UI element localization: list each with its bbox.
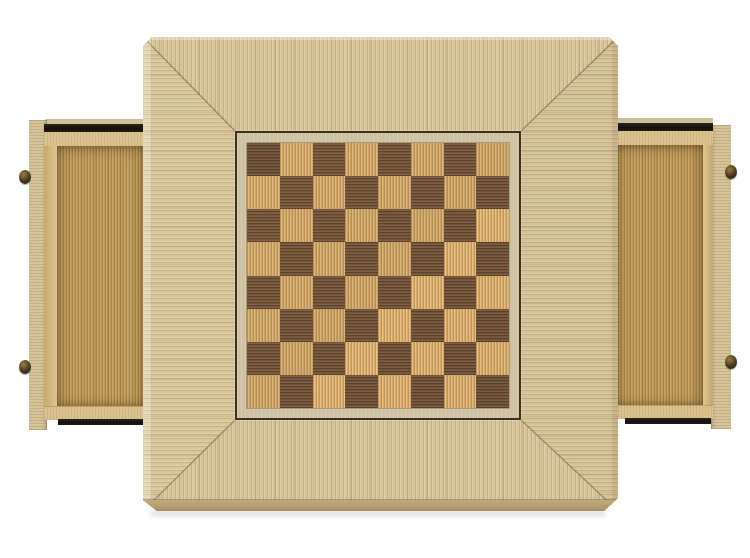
square-d2 <box>345 342 378 375</box>
square-e7 <box>378 176 411 209</box>
game-table-photo <box>0 0 750 558</box>
square-b1 <box>280 375 313 408</box>
square-h4 <box>476 276 509 309</box>
square-h3 <box>476 309 509 342</box>
square-a6 <box>247 209 280 242</box>
square-c4 <box>313 276 346 309</box>
square-e6 <box>378 209 411 242</box>
right-drawer-bottom-wall <box>618 405 713 419</box>
square-h6 <box>476 209 509 242</box>
square-f5 <box>411 242 444 275</box>
square-f8 <box>411 143 444 176</box>
table-edge-band-bottom <box>143 500 618 511</box>
square-b8 <box>280 143 313 176</box>
square-b3 <box>280 309 313 342</box>
square-d3 <box>345 309 378 342</box>
square-b5 <box>280 242 313 275</box>
square-f6 <box>411 209 444 242</box>
square-d1 <box>345 375 378 408</box>
square-g3 <box>444 309 477 342</box>
right-drawer-knob-top <box>725 165 737 179</box>
square-f2 <box>411 342 444 375</box>
square-a5 <box>247 242 280 275</box>
square-g4 <box>444 276 477 309</box>
square-b7 <box>280 176 313 209</box>
table-drop-shadow <box>150 511 606 516</box>
square-b2 <box>280 342 313 375</box>
square-g5 <box>444 242 477 275</box>
square-d6 <box>345 209 378 242</box>
square-e4 <box>378 276 411 309</box>
square-h8 <box>476 143 509 176</box>
square-c1 <box>313 375 346 408</box>
square-e2 <box>378 342 411 375</box>
square-c8 <box>313 143 346 176</box>
right-drawer-interior <box>618 145 703 405</box>
right-drawer-rail-top <box>616 123 713 131</box>
square-g8 <box>444 143 477 176</box>
square-h1 <box>476 375 509 408</box>
square-a3 <box>247 309 280 342</box>
square-a4 <box>247 276 280 309</box>
square-b4 <box>280 276 313 309</box>
square-a8 <box>247 143 280 176</box>
square-b6 <box>280 209 313 242</box>
square-e5 <box>378 242 411 275</box>
square-a1 <box>247 375 280 408</box>
square-a7 <box>247 176 280 209</box>
square-h2 <box>476 342 509 375</box>
board-panel <box>235 131 521 420</box>
right-drawer-rail-bottom <box>625 418 711 424</box>
square-c2 <box>313 342 346 375</box>
table-edge-shade-right <box>612 37 618 511</box>
right-drawer-near-wall <box>703 145 712 405</box>
right-drawer-knob-bottom <box>725 355 737 369</box>
square-c7 <box>313 176 346 209</box>
chess-board <box>247 143 509 408</box>
square-e1 <box>378 375 411 408</box>
square-f1 <box>411 375 444 408</box>
table-top <box>143 37 618 511</box>
square-g6 <box>444 209 477 242</box>
square-f4 <box>411 276 444 309</box>
square-d4 <box>345 276 378 309</box>
square-d5 <box>345 242 378 275</box>
square-e8 <box>378 143 411 176</box>
square-h7 <box>476 176 509 209</box>
square-g2 <box>444 342 477 375</box>
square-f3 <box>411 309 444 342</box>
square-h5 <box>476 242 509 275</box>
square-e3 <box>378 309 411 342</box>
square-g7 <box>444 176 477 209</box>
square-g1 <box>444 375 477 408</box>
table-edge-highlight-top <box>143 37 618 40</box>
square-c6 <box>313 209 346 242</box>
square-d7 <box>345 176 378 209</box>
square-f7 <box>411 176 444 209</box>
table-edge-highlight-left <box>143 37 152 511</box>
square-d8 <box>345 143 378 176</box>
right-drawer-top-wall <box>618 131 713 146</box>
square-c5 <box>313 242 346 275</box>
square-c3 <box>313 309 346 342</box>
square-a2 <box>247 342 280 375</box>
